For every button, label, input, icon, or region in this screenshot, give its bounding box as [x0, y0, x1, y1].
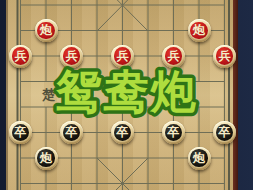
piece-label: 兵: [12, 47, 30, 65]
piece-black-soldier[interactable]: 卒: [60, 121, 83, 144]
piece-label: 卒: [165, 124, 183, 142]
piece-label: 炮: [37, 22, 55, 40]
piece-red-cannon[interactable]: 炮: [35, 19, 58, 42]
piece-label: 兵: [216, 47, 234, 65]
piece-red-cannon[interactable]: 炮: [188, 19, 211, 42]
piece-label: 兵: [63, 47, 81, 65]
piece-black-cannon[interactable]: 炮: [188, 147, 211, 170]
piece-label: 卒: [12, 124, 30, 142]
piece-label: 炮: [37, 149, 55, 167]
piece-red-soldier[interactable]: 兵: [111, 45, 134, 68]
video-frame: 楚河 汉界 炮炮兵兵兵兵兵卒卒卒卒炮炮卒 鸳鸯炮: [0, 0, 253, 190]
piece-black-soldier[interactable]: 卒: [9, 121, 32, 144]
piece-grid: 炮炮兵兵兵兵兵卒卒卒卒炮炮卒: [8, 0, 238, 190]
piece-label: 炮: [190, 149, 208, 167]
piece-label: 卒: [63, 124, 81, 142]
piece-label: 兵: [114, 47, 132, 65]
piece-label: 兵: [165, 47, 183, 65]
piece-red-soldier[interactable]: 兵: [213, 45, 236, 68]
piece-label: 炮: [190, 22, 208, 40]
piece-label: 卒: [216, 124, 234, 142]
piece-red-soldier[interactable]: 兵: [162, 45, 185, 68]
piece-black-soldier[interactable]: 卒: [213, 121, 236, 144]
piece-black-soldier[interactable]: 卒: [162, 121, 185, 144]
piece-black-soldier[interactable]: 卒: [111, 121, 134, 144]
piece-red-soldier[interactable]: 兵: [9, 45, 32, 68]
piece-label: 卒: [114, 124, 132, 142]
piece-red-soldier[interactable]: 兵: [60, 45, 83, 68]
piece-black-cannon[interactable]: 炮: [35, 147, 58, 170]
